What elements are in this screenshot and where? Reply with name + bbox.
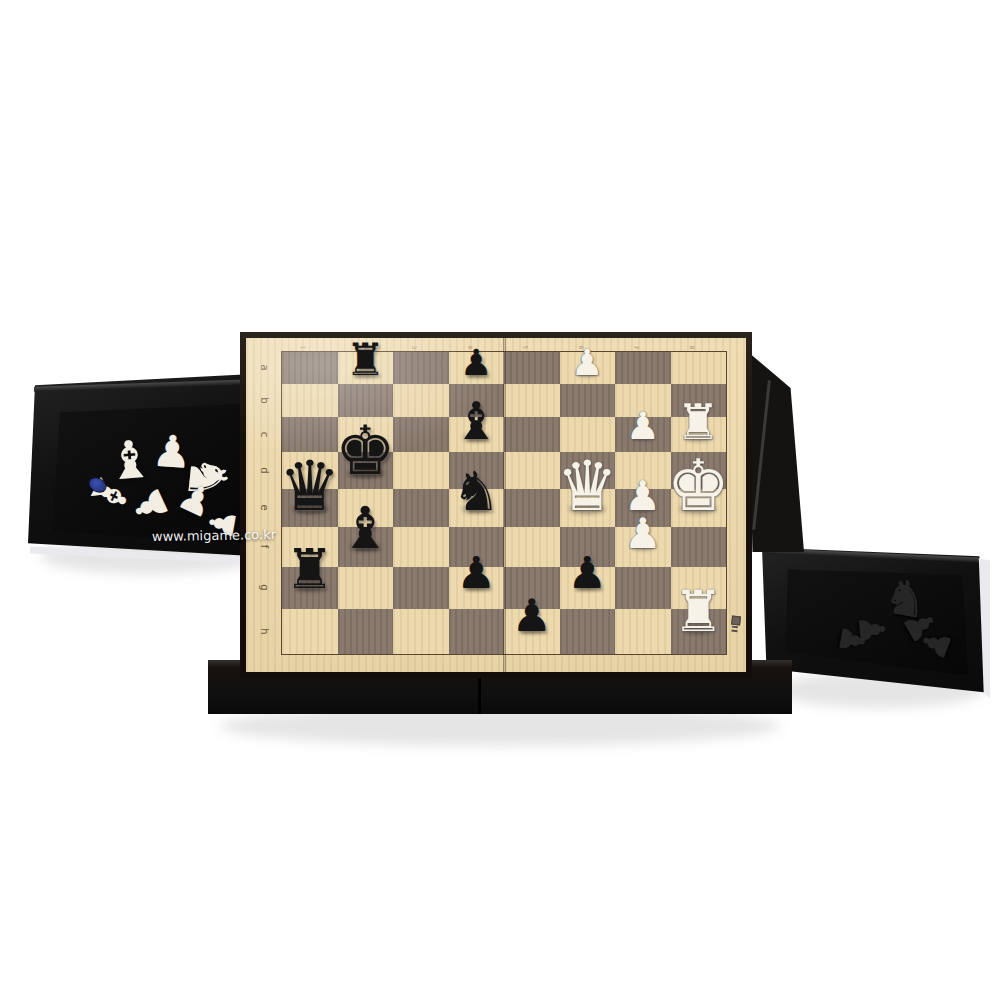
square-a4[interactable] (449, 352, 505, 384)
square-f7[interactable] (615, 527, 671, 567)
box-right-side (748, 352, 804, 552)
square-g5[interactable] (504, 567, 560, 609)
square-f5[interactable] (504, 527, 560, 567)
square-b1[interactable] (282, 384, 338, 417)
square-e1[interactable] (282, 489, 338, 527)
square-e3[interactable] (393, 489, 449, 527)
square-b8[interactable] (671, 384, 727, 417)
square-h3[interactable] (393, 609, 449, 654)
rank-label-3: 3 (411, 346, 418, 350)
square-a2[interactable] (338, 352, 394, 384)
file-label-a: a (259, 361, 270, 375)
square-d2[interactable] (338, 452, 394, 489)
rank-label-6: 6 (578, 346, 585, 350)
left-drawer-floor (52, 404, 248, 546)
square-c6[interactable] (560, 417, 616, 452)
square-c5[interactable] (504, 417, 560, 452)
file-label-g: g (259, 581, 270, 595)
rank-label-4: 4 (467, 346, 474, 350)
square-c8[interactable] (671, 417, 727, 452)
square-e8[interactable] (671, 489, 727, 527)
square-g3[interactable] (393, 567, 449, 609)
square-a1[interactable] (282, 352, 338, 384)
square-d4[interactable] (449, 452, 505, 489)
square-b5[interactable] (504, 384, 560, 417)
square-c3[interactable] (393, 417, 449, 452)
square-a5[interactable] (504, 352, 560, 384)
square-g8[interactable] (671, 567, 727, 609)
file-label-b: b (259, 393, 270, 407)
file-label-e: e (259, 501, 270, 515)
square-h5[interactable] (504, 609, 560, 654)
square-g7[interactable] (615, 567, 671, 609)
square-h8[interactable] (671, 609, 727, 654)
square-c4[interactable] (449, 417, 505, 452)
rank-label-5: 5 (522, 346, 529, 350)
rank-label-8: 8 (689, 346, 696, 350)
rank-label-7: 7 (633, 346, 640, 350)
watermark-text: www.migame.co.kr (152, 527, 276, 544)
square-a3[interactable] (393, 352, 449, 384)
square-e4[interactable] (449, 489, 505, 527)
square-a8[interactable] (671, 352, 727, 384)
square-f4[interactable] (449, 527, 505, 567)
square-a6[interactable] (560, 352, 616, 384)
square-c1[interactable] (282, 417, 338, 452)
square-d1[interactable] (282, 452, 338, 489)
square-d5[interactable] (504, 452, 560, 489)
square-f2[interactable] (338, 527, 394, 567)
board-fold-seam (503, 338, 506, 672)
file-label-h: h (259, 624, 270, 638)
square-f3[interactable] (393, 527, 449, 567)
square-d6[interactable] (560, 452, 616, 489)
square-g1[interactable] (282, 567, 338, 609)
square-c7[interactable] (615, 417, 671, 452)
rank-label-2: 2 (356, 346, 363, 350)
square-h4[interactable] (449, 609, 505, 654)
product-photo-scene: abcdefgh 12345678 ♜♟♟♝♟♜♚♛♞♛♟♚♝♟♜♟♟♟♜♝♟♟… (0, 0, 1000, 1000)
square-e6[interactable] (560, 489, 616, 527)
square-b6[interactable] (560, 384, 616, 417)
square-e2[interactable] (338, 489, 394, 527)
square-e5[interactable] (504, 489, 560, 527)
square-d7[interactable] (615, 452, 671, 489)
square-c2[interactable] (338, 417, 394, 452)
square-f1[interactable] (282, 527, 338, 567)
file-label-d: d (259, 463, 270, 477)
square-d3[interactable] (393, 452, 449, 489)
square-b7[interactable] (615, 384, 671, 417)
square-h6[interactable] (560, 609, 616, 654)
square-g4[interactable] (449, 567, 505, 609)
square-b4[interactable] (449, 384, 505, 417)
square-f8[interactable] (671, 527, 727, 567)
square-e7[interactable] (615, 489, 671, 527)
square-h1[interactable] (282, 609, 338, 654)
square-b2[interactable] (338, 384, 394, 417)
square-a7[interactable] (615, 352, 671, 384)
square-f6[interactable] (560, 527, 616, 567)
square-g2[interactable] (338, 567, 394, 609)
square-h7[interactable] (615, 609, 671, 654)
rank-label-1: 1 (300, 346, 307, 350)
square-b3[interactable] (393, 384, 449, 417)
square-d8[interactable] (671, 452, 727, 489)
square-g6[interactable] (560, 567, 616, 609)
file-label-c: c (259, 427, 270, 441)
square-h2[interactable] (338, 609, 394, 654)
